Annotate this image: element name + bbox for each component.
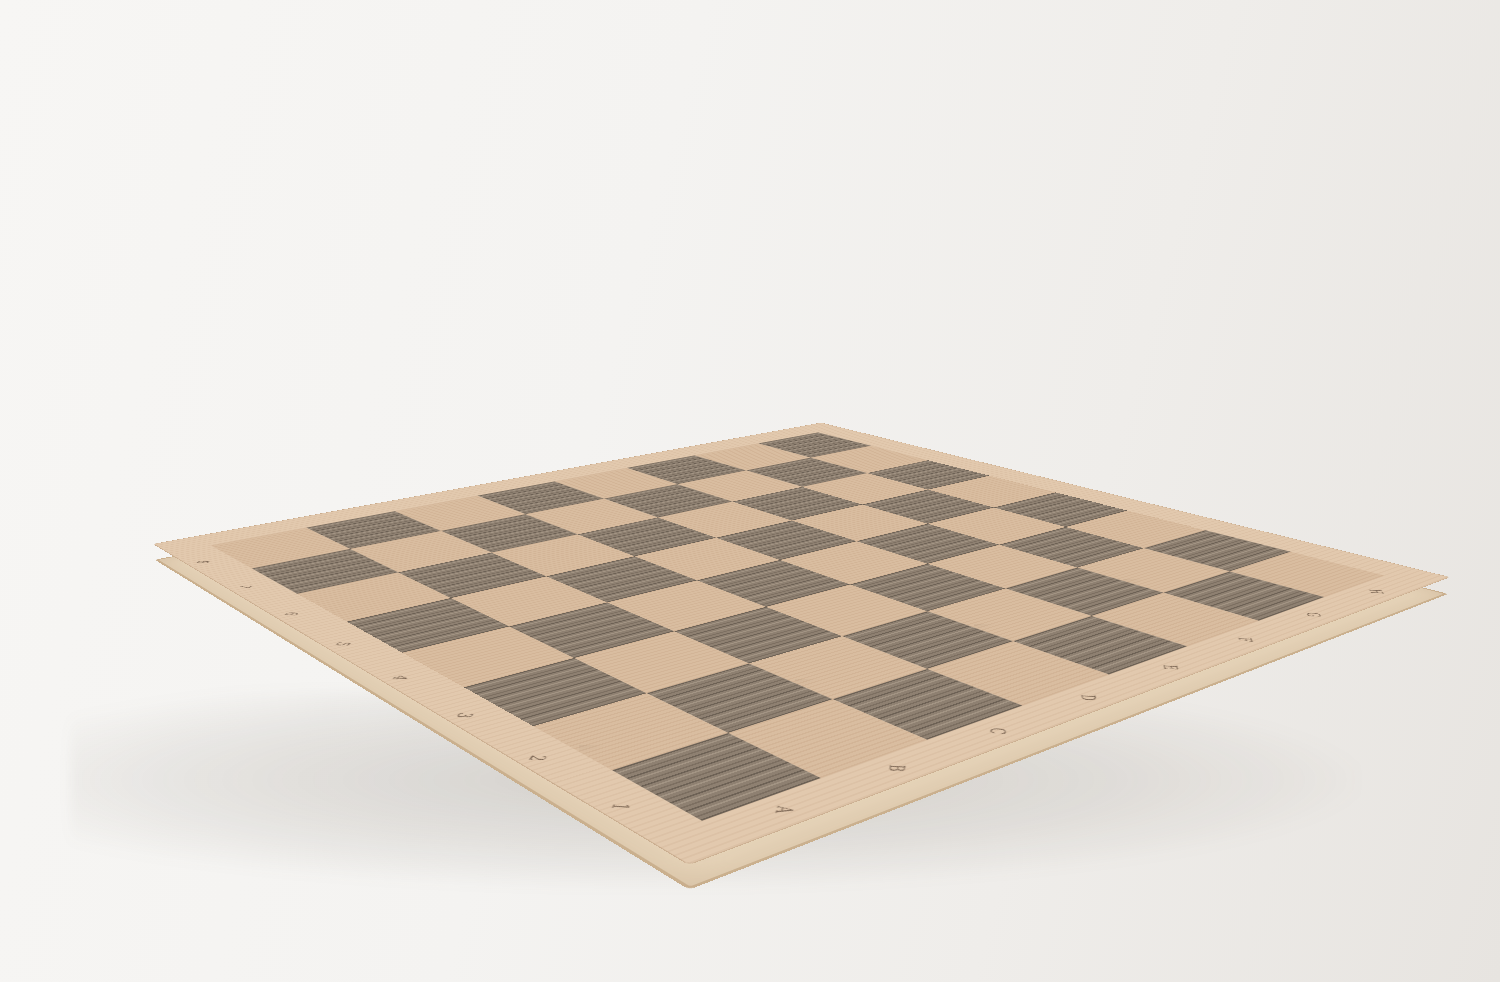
board-squares: ♜♞♝♚♛♝♞♜♟♟♟♟♟♟♟♟♟♟♟♟♟♟♟♟♜♞♝♚♛♝♞♜ — [211, 432, 1384, 820]
photo-stage: ♜♞♝♚♛♝♞♜♟♟♟♟♟♟♟♟♟♟♟♟♟♟♟♟♜♞♝♚♛♝♞♜ 1234567… — [0, 0, 1500, 982]
scene-3d: ♜♞♝♚♛♝♞♜♟♟♟♟♟♟♟♟♟♟♟♟♟♟♟♟♜♞♝♚♛♝♞♜ 1234567… — [320, 100, 1240, 982]
